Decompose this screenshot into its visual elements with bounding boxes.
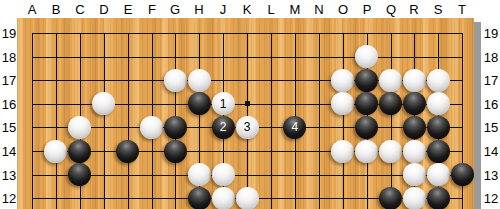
black-stone-G15[interactable] <box>164 116 187 139</box>
row-label-right-15: 15 <box>484 121 498 134</box>
white-stone-G17[interactable] <box>164 69 187 92</box>
black-stone-S15[interactable] <box>427 116 450 139</box>
grid-line-L <box>271 33 272 209</box>
move-number-2: 2 <box>220 121 227 133</box>
row-label-right-13: 13 <box>484 169 498 182</box>
white-stone-Q17[interactable] <box>379 69 402 92</box>
black-stone-G14[interactable] <box>164 140 187 163</box>
move-number-4: 4 <box>292 121 299 133</box>
grid-line-N <box>319 33 320 209</box>
white-stone-R14[interactable] <box>403 140 426 163</box>
black-stone-P15[interactable] <box>355 116 378 139</box>
col-label-E: E <box>124 3 133 16</box>
black-stone-Q12[interactable] <box>379 187 402 209</box>
star-point-K16 <box>245 101 250 106</box>
col-label-T: T <box>458 3 466 16</box>
white-stone-R12[interactable] <box>403 187 426 209</box>
black-stone-H16[interactable] <box>188 92 211 115</box>
black-stone-H12[interactable] <box>188 187 211 209</box>
grid-line-O <box>343 33 344 209</box>
row-label-left-15: 15 <box>2 121 16 134</box>
row-label-right-18: 18 <box>484 51 498 64</box>
white-stone-S16[interactable] <box>427 92 450 115</box>
white-stone-B14[interactable] <box>44 140 67 163</box>
grid-line-19 <box>32 33 463 34</box>
grid-line-D <box>104 33 105 209</box>
grid-line-Q <box>391 33 392 209</box>
col-label-S: S <box>434 3 443 16</box>
move-number-1: 1 <box>220 98 227 110</box>
row-label-left-12: 12 <box>2 192 16 205</box>
grid-line-18 <box>32 57 463 58</box>
col-label-M: M <box>290 3 301 16</box>
black-stone-C14[interactable] <box>68 140 91 163</box>
col-label-K: K <box>243 3 252 16</box>
white-stone-S17[interactable] <box>427 69 450 92</box>
row-label-right-17: 17 <box>484 74 498 87</box>
row-label-left-14: 14 <box>2 145 16 158</box>
col-label-D: D <box>99 3 108 16</box>
col-label-J: J <box>220 3 227 16</box>
white-stone-R17[interactable] <box>403 69 426 92</box>
row-label-left-16: 16 <box>2 98 16 111</box>
move-number-3: 3 <box>244 121 251 133</box>
black-stone-S14[interactable] <box>427 140 450 163</box>
white-stone-J16[interactable]: 1 <box>212 92 235 115</box>
row-label-right-14: 14 <box>484 145 498 158</box>
white-stone-O17[interactable] <box>331 69 354 92</box>
grid-line-B <box>56 33 57 209</box>
row-label-left-19: 19 <box>2 27 16 40</box>
row-label-right-16: 16 <box>484 98 498 111</box>
row-label-right-19: 19 <box>484 27 498 40</box>
col-label-N: N <box>314 3 323 16</box>
white-stone-S13[interactable] <box>427 163 450 186</box>
black-stone-S12[interactable] <box>427 187 450 209</box>
white-stone-J12[interactable] <box>212 187 235 209</box>
row-label-left-18: 18 <box>2 51 16 64</box>
row-label-left-17: 17 <box>2 74 16 87</box>
white-stone-H13[interactable] <box>188 163 211 186</box>
row-label-left-13: 13 <box>2 169 16 182</box>
row-label-right-12: 12 <box>484 192 498 205</box>
white-stone-O14[interactable] <box>331 140 354 163</box>
black-stone-R15[interactable] <box>403 116 426 139</box>
go-board-screenshot: ABCDEFGHJKLMNOPQRST 1918171615141312 191… <box>0 0 500 209</box>
col-label-Q: Q <box>386 3 396 16</box>
col-label-C: C <box>75 3 84 16</box>
col-label-B: B <box>52 3 61 16</box>
col-label-F: F <box>148 3 156 16</box>
white-stone-R13[interactable] <box>403 163 426 186</box>
white-stone-F15[interactable] <box>140 116 163 139</box>
black-stone-T13[interactable] <box>451 163 474 186</box>
col-label-H: H <box>194 3 203 16</box>
col-label-L: L <box>267 3 274 16</box>
black-stone-P17[interactable] <box>355 69 378 92</box>
black-stone-E14[interactable] <box>116 140 139 163</box>
col-label-P: P <box>363 3 372 16</box>
white-stone-H17[interactable] <box>188 69 211 92</box>
white-stone-K12[interactable] <box>236 187 259 209</box>
white-stone-K15[interactable]: 3 <box>236 116 259 139</box>
col-label-O: O <box>338 3 348 16</box>
col-label-R: R <box>409 3 418 16</box>
board-edge-shadow <box>474 22 481 209</box>
black-stone-J15[interactable]: 2 <box>212 116 235 139</box>
col-label-A: A <box>28 3 37 16</box>
col-label-G: G <box>170 3 180 16</box>
grid-line-13 <box>32 175 463 176</box>
white-stone-Q14[interactable] <box>379 140 402 163</box>
grid-line-A <box>32 33 33 209</box>
white-stone-J13[interactable] <box>212 163 235 186</box>
white-stone-P14[interactable] <box>355 140 378 163</box>
grid-line-E <box>128 33 129 209</box>
